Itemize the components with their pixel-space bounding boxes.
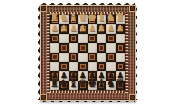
- board-squares: ♜♞♝♛♚♝♞♜♟♟♟♟♟♟♟♟♟♟♟♟♟♟♟♟♜♞♝♛♚♝♞♜: [50, 15, 125, 90]
- board-square[interactable]: [116, 53, 125, 62]
- chess-piece-light[interactable]: ♟: [88, 24, 97, 33]
- board-square[interactable]: [116, 34, 125, 43]
- board-square[interactable]: [50, 43, 59, 52]
- board-square[interactable]: [97, 53, 106, 62]
- chess-piece-light[interactable]: ♟: [116, 24, 125, 33]
- chess-piece-dark[interactable]: ♝: [69, 79, 78, 88]
- board-square[interactable]: ♟: [50, 24, 59, 33]
- board-square[interactable]: ♜: [116, 81, 125, 90]
- striped-inlay-band-right: [125, 12, 128, 93]
- chess-piece-dark[interactable]: ♞: [106, 79, 115, 88]
- board-square[interactable]: ♜: [50, 81, 59, 90]
- board-square[interactable]: [106, 43, 115, 52]
- board-square[interactable]: [106, 53, 115, 62]
- chess-piece-dark[interactable]: ♛: [78, 79, 87, 88]
- chess-piece-light[interactable]: ♞: [106, 13, 115, 22]
- board-square[interactable]: ♟: [106, 24, 115, 33]
- chess-piece-dark[interactable]: ♚: [88, 79, 97, 88]
- board-square[interactable]: ♚: [88, 81, 97, 90]
- board-square[interactable]: [50, 34, 59, 43]
- chess-piece-light[interactable]: ♟: [69, 24, 78, 33]
- chess-piece-light[interactable]: ♜: [116, 13, 125, 22]
- board-square[interactable]: [59, 43, 68, 52]
- chess-piece-light[interactable]: ♟: [106, 24, 115, 33]
- chess-piece-dark[interactable]: ♝: [97, 79, 106, 88]
- board-square[interactable]: [50, 53, 59, 62]
- board-square[interactable]: [78, 53, 87, 62]
- board-square[interactable]: [69, 53, 78, 62]
- chess-piece-light[interactable]: ♟: [78, 24, 87, 33]
- board-square[interactable]: [106, 34, 115, 43]
- board-square[interactable]: ♝: [69, 81, 78, 90]
- board-square[interactable]: [97, 43, 106, 52]
- board-square[interactable]: ♛: [78, 81, 87, 90]
- board-square[interactable]: ♟: [59, 24, 68, 33]
- board-square[interactable]: [69, 43, 78, 52]
- board-square[interactable]: [78, 34, 87, 43]
- board-square[interactable]: [88, 43, 97, 52]
- chess-piece-light[interactable]: ♟: [59, 24, 68, 33]
- chess-board: ♜♞♝♛♚♝♞♜♟♟♟♟♟♟♟♟♟♟♟♟♟♟♟♟♜♞♝♛♚♝♞♜: [37, 2, 138, 103]
- board-square[interactable]: ♟: [78, 24, 87, 33]
- chess-piece-dark[interactable]: ♞: [59, 79, 68, 88]
- board-square[interactable]: [97, 34, 106, 43]
- board-square[interactable]: ♟: [116, 24, 125, 33]
- board-square[interactable]: [59, 34, 68, 43]
- chess-piece-light[interactable]: ♛: [78, 13, 87, 22]
- chess-piece-light[interactable]: ♞: [59, 13, 68, 22]
- board-square[interactable]: ♞: [59, 81, 68, 90]
- board-square[interactable]: ♟: [69, 24, 78, 33]
- corner-medallion: [40, 5, 47, 12]
- board-square[interactable]: [116, 43, 125, 52]
- board-square[interactable]: [88, 53, 97, 62]
- product-photo: ♜♞♝♛♚♝♞♜♟♟♟♟♟♟♟♟♟♟♟♟♟♟♟♟♜♞♝♛♚♝♞♜: [0, 0, 175, 105]
- chess-piece-light[interactable]: ♚: [88, 13, 97, 22]
- inlaid-mosaic-frame: ♜♞♝♛♚♝♞♜♟♟♟♟♟♟♟♟♟♟♟♟♟♟♟♟♜♞♝♛♚♝♞♜: [40, 5, 136, 101]
- chess-piece-light[interactable]: ♝: [97, 13, 106, 22]
- board-square[interactable]: ♟: [88, 24, 97, 33]
- chess-piece-dark[interactable]: ♜: [50, 79, 59, 88]
- chess-piece-light[interactable]: ♝: [69, 13, 78, 22]
- board-square[interactable]: ♟: [97, 24, 106, 33]
- chess-piece-dark[interactable]: ♜: [116, 79, 125, 88]
- board-square[interactable]: ♞: [106, 81, 115, 90]
- striped-inlay-band-bottom: [47, 90, 128, 93]
- corner-medallion: [129, 94, 136, 101]
- board-square[interactable]: [69, 34, 78, 43]
- board-square[interactable]: ♝: [97, 81, 106, 90]
- chess-piece-light[interactable]: ♜: [50, 13, 59, 22]
- chess-piece-light[interactable]: ♟: [97, 24, 106, 33]
- chess-piece-light[interactable]: ♟: [50, 24, 59, 33]
- board-square[interactable]: [59, 53, 68, 62]
- corner-medallion: [129, 5, 136, 12]
- board-square[interactable]: [78, 43, 87, 52]
- board-square[interactable]: [88, 34, 97, 43]
- corner-medallion: [40, 94, 47, 101]
